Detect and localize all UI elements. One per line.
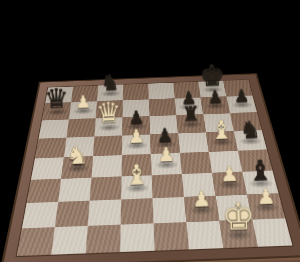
piece-white-bishop-d3[interactable]: ♝ [123,160,149,189]
square-a1[interactable] [17,227,55,256]
square-g1[interactable]: ♚ [219,220,258,249]
piece-white-pawn-f2[interactable]: ♟ [191,188,211,210]
square-h5[interactable]: ♞ [234,130,267,151]
square-e1[interactable] [154,222,190,251]
piece-white-queen-c6[interactable]: ♛ [95,99,122,128]
square-d3[interactable]: ♝ [121,175,152,199]
square-a3[interactable] [27,179,61,203]
square-e4[interactable]: ♟ [151,153,182,175]
square-c3[interactable] [90,176,122,200]
board-perspective-wrapper: ♞♚♛♟♟♟♟♛♟♜♟♟♝♞♞♟♝♟♝♟♟♚ [0,0,300,262]
chess-board: ♞♚♛♟♟♟♟♛♟♜♟♟♝♞♞♟♝♟♝♟♟♚ [3,74,300,262]
piece-white-pawn-e4[interactable]: ♟ [157,145,175,165]
square-b4[interactable]: ♞ [61,156,93,178]
chessboard-3d-scene: ♞♚♛♟♟♟♟♛♟♜♟♟♝♞♞♟♝♟♝♟♟♚ [0,0,300,262]
square-a6[interactable] [39,119,69,138]
piece-white-pawn-d5[interactable]: ♟ [127,126,144,145]
piece-black-pawn-e5[interactable]: ♟ [156,125,173,144]
piece-white-king-g1[interactable]: ♚ [220,197,255,235]
piece-white-knight-b4[interactable]: ♞ [65,143,88,168]
piece-black-pawn-g7[interactable]: ♟ [207,88,223,106]
square-c4[interactable] [91,155,122,177]
board-front-edge [0,255,300,262]
piece-black-knight-c8[interactable]: ♞ [100,72,120,94]
square-a2[interactable] [22,202,58,229]
piece-black-knight-h5[interactable]: ♞ [239,117,261,141]
square-d2[interactable] [121,198,154,224]
piece-white-bishop-g5[interactable]: ♝ [209,116,233,142]
piece-white-pawn-g3[interactable]: ♟ [219,164,238,185]
square-g7[interactable]: ♟ [201,96,230,114]
board-tilt-wrapper: ♞♚♛♟♟♟♟♛♟♜♟♟♝♞♞♟♝♟♝♟♟♚ [0,0,300,262]
square-f2[interactable]: ♟ [184,196,219,222]
square-e8[interactable] [148,83,175,100]
square-c1[interactable] [86,225,121,254]
piece-black-bishop-h3[interactable]: ♝ [247,155,273,184]
piece-white-pawn-h2[interactable]: ♟ [256,185,276,207]
square-a5[interactable] [35,138,67,159]
square-h1[interactable] [252,218,292,247]
square-f1[interactable] [186,221,223,250]
square-c6[interactable]: ♛ [94,117,122,136]
square-b1[interactable] [51,226,87,255]
square-f6[interactable]: ♜ [176,114,206,133]
piece-white-pawn-b7[interactable]: ♟ [75,93,91,111]
square-h7[interactable]: ♟ [226,95,256,113]
piece-black-queen-a7[interactable]: ♛ [43,84,69,112]
square-g3[interactable]: ♟ [212,172,247,196]
square-d1[interactable] [120,223,154,252]
piece-black-pawn-h7[interactable]: ♟ [233,87,249,105]
square-e3[interactable] [152,174,184,198]
square-b7[interactable]: ♟ [69,101,97,119]
square-g5[interactable]: ♝ [206,131,238,152]
piece-black-rook-f6[interactable]: ♜ [181,104,200,125]
square-c5[interactable] [93,135,122,156]
square-a7[interactable]: ♛ [42,102,71,120]
square-d5[interactable]: ♟ [122,134,151,155]
square-b2[interactable] [55,201,90,227]
square-a4[interactable] [31,157,64,180]
square-b6[interactable] [67,118,96,137]
square-f4[interactable] [180,152,212,174]
square-e7[interactable] [149,98,176,116]
board-squares: ♞♚♛♟♟♟♟♛♟♜♟♟♝♞♞♟♝♟♝♟♟♚ [17,80,293,256]
square-d8[interactable] [123,84,149,101]
square-c2[interactable] [88,199,121,225]
square-e2[interactable] [153,197,187,223]
square-f5[interactable] [178,132,209,153]
square-b3[interactable] [58,178,91,202]
